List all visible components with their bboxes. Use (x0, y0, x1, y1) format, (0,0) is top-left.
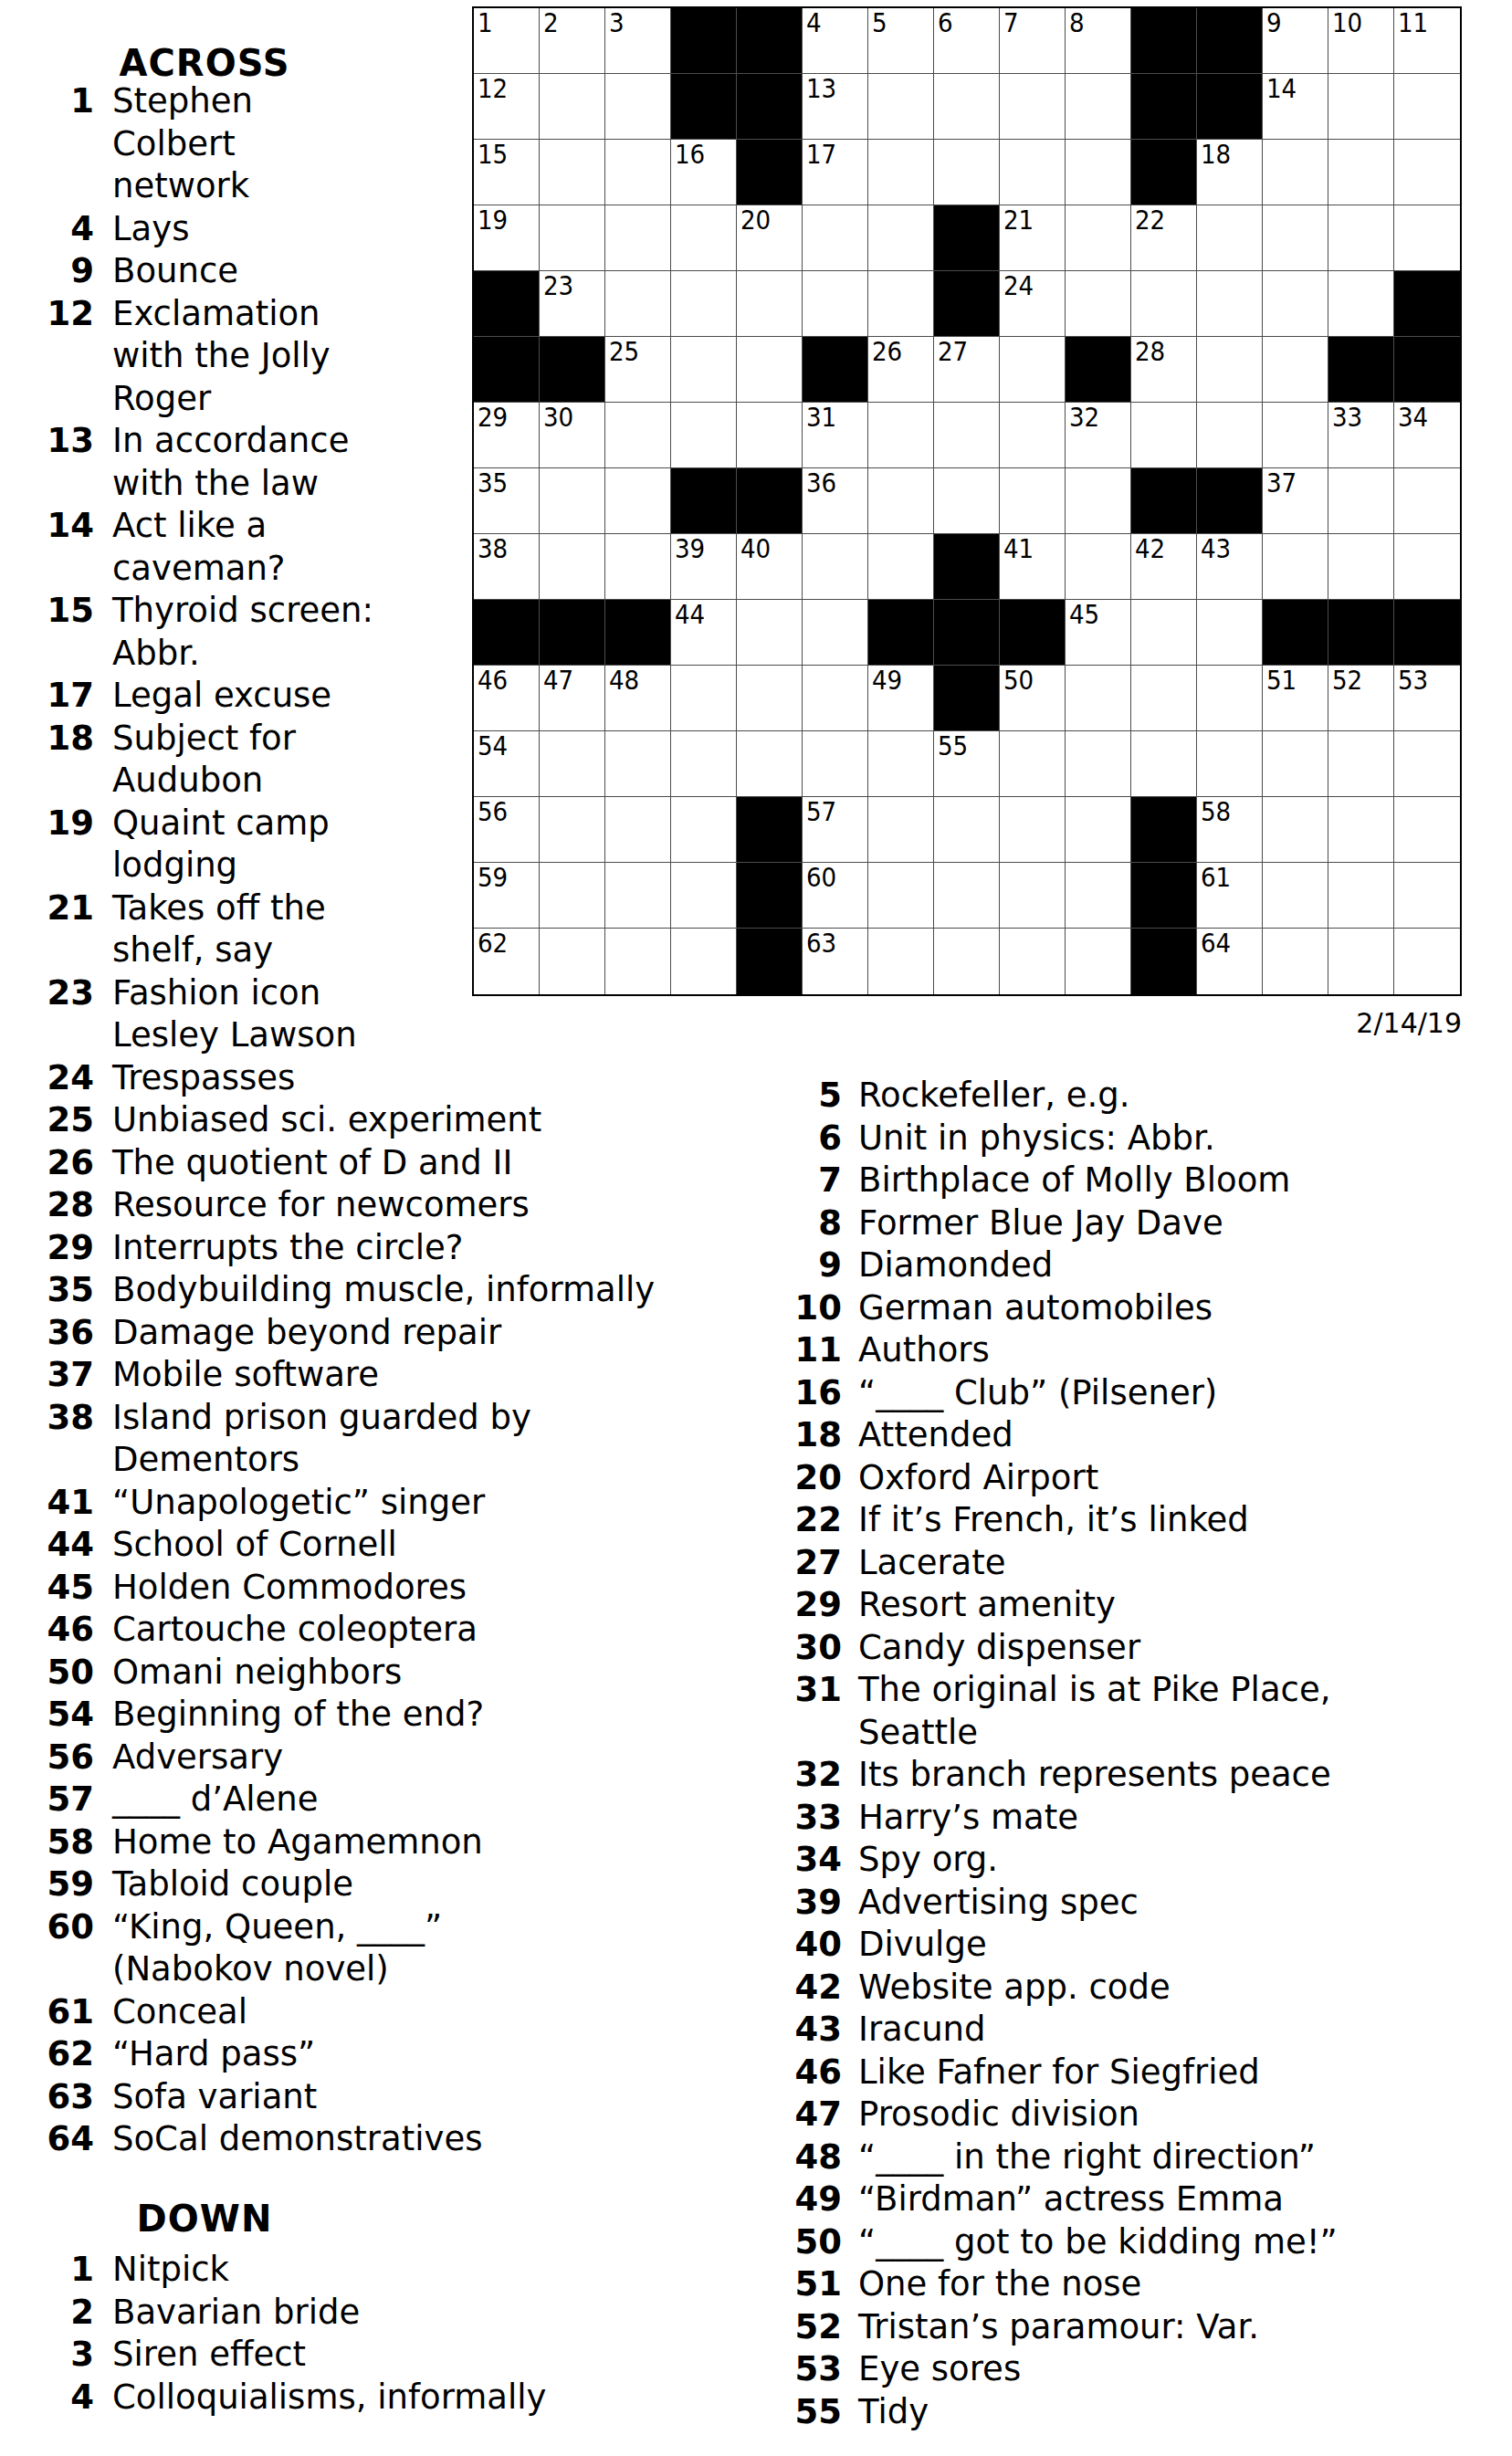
grid-cell[interactable] (1197, 271, 1263, 337)
clue-item: 61Conceal (26, 1991, 383, 2034)
grid-cell[interactable] (671, 863, 737, 929)
clue-item: 45Holden Commodores (26, 1567, 383, 1610)
clue-number: 33 (774, 1797, 842, 1840)
grid-cell[interactable] (934, 140, 1000, 205)
clue-text: Birthplace of Molly Bloom (858, 1160, 1290, 1202)
grid-cell[interactable] (1394, 140, 1460, 205)
grid-cell[interactable] (605, 403, 671, 468)
grid-cell[interactable]: 26 (868, 337, 934, 403)
clue-item: 46Cartouche coleoptera (26, 1609, 383, 1652)
grid-cell[interactable] (868, 534, 934, 600)
black-cell (934, 600, 1000, 666)
grid-cell[interactable]: 37 (1263, 468, 1328, 534)
grid-cell[interactable]: 7 (1000, 8, 1066, 74)
grid-cell[interactable] (605, 205, 671, 271)
grid-cell[interactable]: 52 (1328, 666, 1394, 731)
clue-number: 10 (774, 1287, 842, 1330)
grid-cell[interactable]: 11 (1394, 8, 1460, 74)
grid-cell[interactable]: 39 (671, 534, 737, 600)
grid-cell[interactable]: 22 (1131, 205, 1197, 271)
grid-cell[interactable]: 15 (474, 140, 540, 205)
clue-text: Stephen Colbert network (112, 80, 253, 208)
grid-cell[interactable] (605, 468, 671, 534)
grid-cell[interactable] (868, 797, 934, 863)
grid-cell[interactable]: 32 (1066, 403, 1131, 468)
clue-text: Like Fafner for Siegfried (858, 2052, 1260, 2094)
cell-number: 38 (478, 535, 508, 562)
grid-cell[interactable] (605, 731, 671, 797)
grid-cell[interactable] (934, 403, 1000, 468)
grid-cell[interactable] (934, 468, 1000, 534)
cell-number: 21 (1003, 206, 1034, 234)
clue-item: 19Quaint camp lodging (26, 803, 383, 887)
grid-cell[interactable]: 57 (803, 797, 868, 863)
grid-cell[interactable] (934, 863, 1000, 929)
grid-cell[interactable] (540, 205, 605, 271)
clue-item: 16“____ Club” (Pilsener) (774, 1372, 1486, 1415)
grid-cell[interactable] (868, 140, 934, 205)
clue-text: Thyroid screen: Abbr. (112, 590, 373, 675)
cell-number: 6 (938, 9, 953, 37)
grid-cell[interactable] (605, 929, 671, 994)
grid-cell[interactable]: 48 (605, 666, 671, 731)
grid-cell[interactable]: 61 (1197, 863, 1263, 929)
grid-cell[interactable] (1066, 534, 1131, 600)
clue-text: Lays (112, 208, 189, 251)
grid-cell[interactable] (540, 140, 605, 205)
clue-item: 20Oxford Airport (774, 1457, 1486, 1500)
black-cell (474, 271, 540, 337)
grid-cell[interactable] (1394, 468, 1460, 534)
grid-cell[interactable]: 36 (803, 468, 868, 534)
cell-number: 13 (806, 75, 836, 102)
clue-item: 36Damage beyond repair (26, 1312, 383, 1355)
cell-number: 29 (478, 404, 508, 431)
grid-cell[interactable] (1131, 271, 1197, 337)
black-cell (1131, 8, 1197, 74)
grid-cell[interactable] (605, 534, 671, 600)
clue-number: 29 (774, 1584, 842, 1627)
grid-cell[interactable] (1328, 929, 1394, 994)
grid-cell[interactable] (803, 666, 868, 731)
cell-number: 3 (609, 9, 625, 37)
grid-cell[interactable] (803, 205, 868, 271)
cell-number: 47 (543, 666, 573, 694)
grid-cell[interactable] (1066, 797, 1131, 863)
grid-cell[interactable] (1328, 271, 1394, 337)
clue-text: Beginning of the end? (112, 1694, 484, 1737)
grid-cell[interactable]: 9 (1263, 8, 1328, 74)
grid-cell[interactable] (540, 863, 605, 929)
grid-cell[interactable] (1131, 600, 1197, 666)
grid-cell[interactable]: 14 (1263, 74, 1328, 140)
grid-cell[interactable] (1328, 534, 1394, 600)
clue-number: 8 (774, 1202, 842, 1245)
grid-cell[interactable]: 62 (474, 929, 540, 994)
clue-item: 6Unit in physics: Abbr. (774, 1118, 1486, 1160)
grid-cell[interactable]: 21 (1000, 205, 1066, 271)
grid-cell[interactable]: 23 (540, 271, 605, 337)
grid-cell[interactable] (1000, 337, 1066, 403)
clue-text: In accordance with the law (112, 420, 349, 505)
black-cell (737, 8, 803, 74)
black-cell (737, 929, 803, 994)
grid-cell[interactable] (1263, 534, 1328, 600)
clue-number: 9 (26, 250, 94, 293)
grid-cell[interactable] (1394, 929, 1460, 994)
grid-cell[interactable] (737, 403, 803, 468)
grid-cell[interactable] (868, 929, 934, 994)
grid-cell[interactable] (671, 337, 737, 403)
grid-cell[interactable]: 3 (605, 8, 671, 74)
grid-cell[interactable] (803, 534, 868, 600)
grid-cell[interactable] (737, 731, 803, 797)
cell-number: 35 (478, 469, 508, 497)
grid-cell[interactable]: 28 (1131, 337, 1197, 403)
grid-cell[interactable] (1263, 140, 1328, 205)
clue-number: 29 (26, 1227, 94, 1270)
clue-text: Its branch represents peace (858, 1754, 1331, 1797)
grid-cell[interactable] (1066, 863, 1131, 929)
cell-number: 2 (543, 9, 559, 37)
black-cell (934, 666, 1000, 731)
grid-cell[interactable] (868, 271, 934, 337)
grid-cell[interactable] (540, 534, 605, 600)
clue-text: Interrupts the circle? (112, 1227, 463, 1270)
grid-cell[interactable] (1328, 731, 1394, 797)
clue-text: Advertising spec (858, 1882, 1139, 1925)
clue-item: 24Trespasses (26, 1057, 383, 1100)
grid-cell[interactable] (671, 403, 737, 468)
clue-item: 52Tristan’s paramour: Var. (774, 2306, 1486, 2349)
clue-number: 38 (26, 1397, 94, 1482)
clue-item: 2Bavarian bride (26, 2292, 383, 2335)
grid-cell[interactable] (605, 140, 671, 205)
grid-cell[interactable] (671, 797, 737, 863)
clue-text: Home to Agamemnon (112, 1821, 483, 1864)
clue-number: 46 (26, 1609, 94, 1652)
clue-text: Cartouche coleoptera (112, 1609, 478, 1652)
grid-cell[interactable] (1000, 797, 1066, 863)
cell-number: 54 (478, 732, 508, 760)
black-cell (737, 140, 803, 205)
grid-cell[interactable] (1263, 403, 1328, 468)
grid-cell[interactable]: 55 (934, 731, 1000, 797)
clue-number: 37 (26, 1354, 94, 1397)
clue-number: 43 (774, 2009, 842, 2052)
clue-number: 47 (774, 2094, 842, 2136)
cell-number: 9 (1266, 9, 1282, 37)
clue-number: 59 (26, 1863, 94, 1906)
grid-cell[interactable] (1328, 205, 1394, 271)
black-cell (474, 600, 540, 666)
grid-cell[interactable] (1263, 863, 1328, 929)
cell-number: 62 (478, 929, 508, 957)
clue-number: 44 (26, 1524, 94, 1567)
grid-cell[interactable]: 17 (803, 140, 868, 205)
grid-cell[interactable]: 64 (1197, 929, 1263, 994)
grid-cell[interactable] (1000, 403, 1066, 468)
grid-cell[interactable]: 43 (1197, 534, 1263, 600)
grid-cell[interactable] (671, 271, 737, 337)
grid-cell[interactable] (605, 863, 671, 929)
grid-cell[interactable]: 29 (474, 403, 540, 468)
clue-text: Omani neighbors (112, 1652, 402, 1695)
black-cell (1197, 8, 1263, 74)
grid-cell[interactable] (1394, 534, 1460, 600)
grid-cell[interactable] (1000, 731, 1066, 797)
clue-number: 62 (26, 2033, 94, 2076)
clue-number: 18 (26, 718, 94, 803)
grid-cell[interactable]: 6 (934, 8, 1000, 74)
grid-cell[interactable]: 13 (803, 74, 868, 140)
grid-cell[interactable]: 53 (1394, 666, 1460, 731)
grid-cell[interactable] (1263, 797, 1328, 863)
grid-cell[interactable] (868, 468, 934, 534)
grid-cell[interactable] (803, 731, 868, 797)
grid-cell[interactable]: 25 (605, 337, 671, 403)
cell-number: 23 (543, 272, 573, 299)
grid-cell[interactable]: 27 (934, 337, 1000, 403)
grid-cell[interactable]: 30 (540, 403, 605, 468)
clue-item: 12Exclamation with the Jolly Roger (26, 293, 383, 421)
grid-cell[interactable] (1328, 140, 1394, 205)
clue-item: 1Stephen Colbert network (26, 80, 383, 208)
clue-item: 39Advertising spec (774, 1882, 1486, 1925)
grid-cell[interactable] (1131, 731, 1197, 797)
grid-cell[interactable] (1328, 468, 1394, 534)
grid-cell[interactable]: 38 (474, 534, 540, 600)
clue-text: Takes off the shelf, say (112, 887, 326, 972)
clue-number: 35 (26, 1269, 94, 1312)
grid-cell[interactable] (1197, 205, 1263, 271)
grid-cell[interactable] (1066, 666, 1131, 731)
grid-cell[interactable]: 20 (737, 205, 803, 271)
clue-number: 50 (26, 1652, 94, 1695)
grid-cell[interactable] (737, 271, 803, 337)
grid-cell[interactable] (605, 797, 671, 863)
grid-cell[interactable] (671, 929, 737, 994)
clue-text: Fashion icon Lesley Lawson (112, 972, 357, 1057)
grid-cell[interactable] (934, 74, 1000, 140)
clue-text: “Hard pass” (112, 2033, 315, 2076)
black-cell (1394, 337, 1460, 403)
grid-cell[interactable] (737, 600, 803, 666)
grid-cell[interactable]: 10 (1328, 8, 1394, 74)
grid-cell[interactable] (540, 74, 605, 140)
clue-item: 7Birthplace of Molly Bloom (774, 1160, 1486, 1202)
grid-cell[interactable]: 35 (474, 468, 540, 534)
black-cell (1328, 600, 1394, 666)
grid-cell[interactable] (934, 797, 1000, 863)
clue-item: 43Iracund (774, 2009, 1486, 2052)
grid-cell[interactable] (1000, 929, 1066, 994)
grid-cell[interactable] (1000, 140, 1066, 205)
grid-cell[interactable]: 59 (474, 863, 540, 929)
grid-cell[interactable] (1197, 666, 1263, 731)
grid-cell[interactable] (934, 929, 1000, 994)
clue-number: 49 (774, 2178, 842, 2221)
black-cell (803, 337, 868, 403)
cell-number: 58 (1201, 798, 1231, 825)
grid-cell[interactable] (1263, 731, 1328, 797)
grid-cell[interactable] (671, 731, 737, 797)
black-cell (1131, 140, 1197, 205)
grid-cell[interactable] (1394, 74, 1460, 140)
across-header: ACROSS (26, 47, 383, 80)
clue-number: 28 (26, 1184, 94, 1227)
grid-cell[interactable]: 16 (671, 140, 737, 205)
clue-number: 36 (26, 1312, 94, 1355)
grid-cell[interactable] (1394, 731, 1460, 797)
clue-item: 35Bodybuilding muscle, informally (26, 1269, 383, 1312)
grid-cell[interactable]: 60 (803, 863, 868, 929)
grid-cell[interactable] (868, 205, 934, 271)
grid-cell[interactable] (1000, 74, 1066, 140)
grid-cell[interactable] (1394, 797, 1460, 863)
grid-cell[interactable] (540, 797, 605, 863)
clue-item: 9Bounce (26, 250, 383, 293)
grid-cell[interactable] (1394, 205, 1460, 271)
clue-number: 17 (26, 675, 94, 718)
grid-cell[interactable] (1197, 600, 1263, 666)
grid-cell[interactable]: 40 (737, 534, 803, 600)
grid-cell[interactable] (803, 600, 868, 666)
grid-cell[interactable]: 45 (1066, 600, 1131, 666)
grid-cell[interactable]: 19 (474, 205, 540, 271)
grid-cell[interactable] (540, 929, 605, 994)
black-cell (1131, 863, 1197, 929)
clue-text: Legal excuse (112, 675, 331, 718)
grid-cell[interactable] (1131, 403, 1197, 468)
grid-cell[interactable] (1066, 140, 1131, 205)
grid-cell[interactable] (1197, 337, 1263, 403)
grid-cell[interactable] (803, 271, 868, 337)
grid-cell[interactable] (1328, 797, 1394, 863)
grid-cell[interactable] (868, 731, 934, 797)
grid-cell[interactable] (671, 666, 737, 731)
clue-item: 42Website app. code (774, 1967, 1486, 2010)
grid-cell[interactable]: 47 (540, 666, 605, 731)
grid-cell[interactable] (1263, 271, 1328, 337)
black-cell (540, 600, 605, 666)
grid-cell[interactable] (605, 271, 671, 337)
grid-cell[interactable] (1394, 863, 1460, 929)
grid-cell[interactable]: 46 (474, 666, 540, 731)
grid-cell[interactable] (671, 205, 737, 271)
grid-cell[interactable] (1328, 74, 1394, 140)
grid-cell[interactable]: 63 (803, 929, 868, 994)
grid-cell[interactable]: 12 (474, 74, 540, 140)
grid-cell[interactable]: 2 (540, 8, 605, 74)
grid-cell[interactable] (1000, 863, 1066, 929)
grid-cell[interactable] (1066, 468, 1131, 534)
grid-cell[interactable] (1197, 731, 1263, 797)
grid-cell[interactable] (737, 337, 803, 403)
grid-cell[interactable] (1131, 666, 1197, 731)
grid-cell[interactable]: 50 (1000, 666, 1066, 731)
clue-text: “____ in the right direction” (858, 2136, 1316, 2179)
grid-cell[interactable] (605, 74, 671, 140)
grid-cell[interactable]: 18 (1197, 140, 1263, 205)
clue-number: 39 (774, 1882, 842, 1925)
cell-number: 17 (806, 141, 836, 168)
clue-item: 10German automobiles (774, 1287, 1486, 1330)
grid-cell[interactable] (1000, 468, 1066, 534)
grid-cell[interactable] (868, 863, 934, 929)
grid-cell[interactable] (540, 468, 605, 534)
grid-cell[interactable]: 49 (868, 666, 934, 731)
clue-item: 5Rockefeller, e.g. (774, 1075, 1486, 1118)
grid-cell[interactable] (1197, 403, 1263, 468)
clue-number: 56 (26, 1737, 94, 1779)
clue-item: 30Candy dispenser (774, 1627, 1486, 1670)
grid-cell[interactable]: 44 (671, 600, 737, 666)
grid-cell[interactable] (1263, 205, 1328, 271)
clue-item: 28Resource for newcomers (26, 1184, 383, 1227)
across-clue-list: 1Stephen Colbert network4Lays9Bounce12Ex… (26, 80, 383, 2161)
grid-cell[interactable] (1263, 929, 1328, 994)
grid-cell[interactable]: 1 (474, 8, 540, 74)
clue-item: 55Tidy (774, 2391, 1486, 2434)
grid-cell[interactable] (868, 403, 934, 468)
grid-cell[interactable] (1066, 205, 1131, 271)
clue-item: 48“____ in the right direction” (774, 2136, 1486, 2179)
black-cell (868, 600, 934, 666)
grid-cell[interactable] (1066, 271, 1131, 337)
grid-cell[interactable]: 24 (1000, 271, 1066, 337)
clue-item: 53Eye sores (774, 2348, 1486, 2391)
grid-cell[interactable] (1066, 929, 1131, 994)
clue-item: 60“King, Queen, ____” (Nabokov novel) (26, 1906, 383, 1991)
grid-cell[interactable] (868, 74, 934, 140)
grid-cell[interactable]: 51 (1263, 666, 1328, 731)
grid-cell[interactable] (540, 731, 605, 797)
grid-cell[interactable]: 33 (1328, 403, 1394, 468)
grid-cell[interactable]: 41 (1000, 534, 1066, 600)
grid-cell[interactable] (1066, 731, 1131, 797)
grid-cell[interactable] (1066, 74, 1131, 140)
black-cell (1394, 271, 1460, 337)
clue-item: 37Mobile software (26, 1354, 383, 1397)
clue-text: Conceal (112, 1991, 247, 2034)
grid-cell[interactable] (1328, 863, 1394, 929)
grid-cell[interactable]: 4 (803, 8, 868, 74)
black-cell (737, 74, 803, 140)
clue-text: Trespasses (112, 1057, 295, 1100)
clue-text: Act like a caveman? (112, 505, 285, 590)
clue-text: Holden Commodores (112, 1567, 467, 1610)
clue-text: “King, Queen, ____” (Nabokov novel) (112, 1906, 442, 1991)
grid-cell[interactable] (1263, 337, 1328, 403)
grid-cell[interactable]: 5 (868, 8, 934, 74)
grid-cell[interactable]: 8 (1066, 8, 1131, 74)
cell-number: 56 (478, 798, 508, 825)
clue-number: 57 (26, 1779, 94, 1821)
cell-number: 64 (1201, 929, 1231, 957)
clue-item: 23Fashion icon Lesley Lawson (26, 972, 383, 1057)
grid-cell[interactable]: 58 (1197, 797, 1263, 863)
grid-cell[interactable]: 42 (1131, 534, 1197, 600)
clue-text: “Birdman” actress Emma (858, 2178, 1284, 2221)
grid-cell[interactable]: 31 (803, 403, 868, 468)
grid-cell[interactable]: 34 (1394, 403, 1460, 468)
grid-cell[interactable] (737, 666, 803, 731)
grid-cell[interactable]: 56 (474, 797, 540, 863)
clue-number: 60 (26, 1906, 94, 1991)
grid-cell[interactable]: 54 (474, 731, 540, 797)
cell-number: 61 (1201, 864, 1231, 891)
